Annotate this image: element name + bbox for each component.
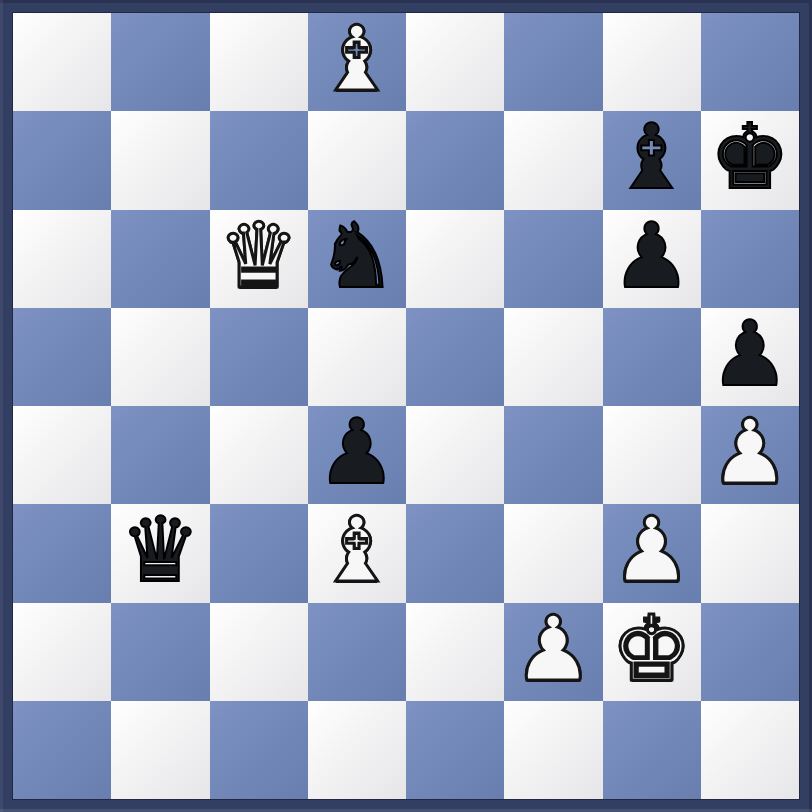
square-h5[interactable]: ♟ [701,308,799,406]
square-a7[interactable] [13,111,111,209]
square-f4[interactable] [504,406,602,504]
square-b6[interactable] [111,210,209,308]
square-e2[interactable] [406,603,504,701]
square-f7[interactable] [504,111,602,209]
piece-black-pawn[interactable]: ♟ [611,211,692,301]
square-a3[interactable] [13,504,111,602]
square-b4[interactable] [111,406,209,504]
square-h3[interactable] [701,504,799,602]
square-b1[interactable] [111,701,209,799]
square-a5[interactable] [13,308,111,406]
square-f2[interactable]: ♟ [504,603,602,701]
square-d4[interactable]: ♟ [308,406,406,504]
piece-white-pawn[interactable]: ♟ [710,407,791,497]
square-e7[interactable] [406,111,504,209]
square-b3[interactable]: ♛ [111,504,209,602]
square-d6[interactable]: ♞ [308,210,406,308]
square-b5[interactable] [111,308,209,406]
piece-black-pawn[interactable]: ♟ [710,309,791,399]
square-c2[interactable] [210,603,308,701]
piece-white-pawn[interactable]: ♟ [611,505,692,595]
square-b8[interactable] [111,13,209,111]
square-c3[interactable] [210,504,308,602]
square-g1[interactable] [603,701,701,799]
square-h1[interactable] [701,701,799,799]
square-h4[interactable]: ♟ [701,406,799,504]
square-c4[interactable] [210,406,308,504]
square-d2[interactable] [308,603,406,701]
piece-black-bishop[interactable]: ♝ [611,112,692,202]
square-h7[interactable]: ♚ [701,111,799,209]
square-f8[interactable] [504,13,602,111]
square-a1[interactable] [13,701,111,799]
square-c5[interactable] [210,308,308,406]
square-b2[interactable] [111,603,209,701]
square-a4[interactable] [13,406,111,504]
square-d8[interactable]: ♝ [308,13,406,111]
chess-board: ♝♝♚♛♞♟♟♟♟♛♝♟♟♚ [13,13,799,799]
square-e8[interactable] [406,13,504,111]
square-f1[interactable] [504,701,602,799]
piece-black-knight[interactable]: ♞ [317,211,398,301]
piece-white-bishop[interactable]: ♝ [317,505,398,595]
square-c8[interactable] [210,13,308,111]
square-f6[interactable] [504,210,602,308]
piece-white-bishop[interactable]: ♝ [317,14,398,104]
square-h8[interactable] [701,13,799,111]
square-f5[interactable] [504,308,602,406]
square-h6[interactable] [701,210,799,308]
piece-white-queen[interactable]: ♛ [218,211,299,301]
piece-white-king[interactable]: ♚ [611,604,692,694]
square-h2[interactable] [701,603,799,701]
piece-white-pawn[interactable]: ♟ [513,604,594,694]
square-g3[interactable]: ♟ [603,504,701,602]
square-e1[interactable] [406,701,504,799]
square-a8[interactable] [13,13,111,111]
square-g7[interactable]: ♝ [603,111,701,209]
square-b7[interactable] [111,111,209,209]
square-g6[interactable]: ♟ [603,210,701,308]
square-g8[interactable] [603,13,701,111]
square-d3[interactable]: ♝ [308,504,406,602]
square-d7[interactable] [308,111,406,209]
square-c6[interactable]: ♛ [210,210,308,308]
piece-black-queen[interactable]: ♛ [120,505,201,595]
square-e4[interactable] [406,406,504,504]
chess-board-frame: ♝♝♚♛♞♟♟♟♟♛♝♟♟♚ [0,0,812,812]
square-g5[interactable] [603,308,701,406]
square-e6[interactable] [406,210,504,308]
square-g2[interactable]: ♚ [603,603,701,701]
square-g4[interactable] [603,406,701,504]
square-a6[interactable] [13,210,111,308]
piece-black-pawn[interactable]: ♟ [317,407,398,497]
square-c7[interactable] [210,111,308,209]
square-d1[interactable] [308,701,406,799]
square-e3[interactable] [406,504,504,602]
square-e5[interactable] [406,308,504,406]
square-d5[interactable] [308,308,406,406]
piece-black-king[interactable]: ♚ [710,112,791,202]
square-c1[interactable] [210,701,308,799]
square-a2[interactable] [13,603,111,701]
square-f3[interactable] [504,504,602,602]
